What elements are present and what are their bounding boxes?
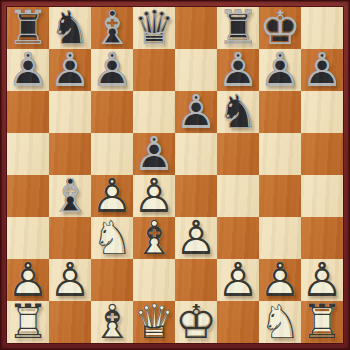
piece-black-pawn[interactable]: ♟♙ — [49, 49, 91, 91]
square-a6[interactable] — [7, 91, 49, 133]
square-e1[interactable]: ♚♔ — [175, 301, 217, 343]
piece-white-pawn[interactable]: ♟♙ — [217, 259, 259, 301]
square-h1[interactable]: ♜♖ — [301, 301, 343, 343]
piece-white-pawn[interactable]: ♟♙ — [175, 217, 217, 259]
piece-glyph-outline: ♘ — [91, 217, 133, 259]
piece-black-pawn[interactable]: ♟♙ — [7, 49, 49, 91]
piece-glyph-outline: ♗ — [133, 217, 175, 259]
square-h7[interactable]: ♟♙ — [301, 49, 343, 91]
square-f2[interactable]: ♟♙ — [217, 259, 259, 301]
square-b1[interactable] — [49, 301, 91, 343]
square-a1[interactable]: ♜♖ — [7, 301, 49, 343]
square-d7[interactable] — [133, 49, 175, 91]
chess-board: ♜♖♞♘♝♗♛♕♜♖♚♔♟♙♟♙♟♙♟♙♟♙♟♙♟♙♞♘♟♙♝♗♟♙♟♙♞♘♝♗… — [7, 7, 343, 343]
piece-glyph-outline: ♖ — [7, 301, 49, 343]
piece-glyph-outline: ♖ — [301, 301, 343, 343]
square-e3[interactable]: ♟♙ — [175, 217, 217, 259]
piece-glyph-outline: ♙ — [217, 259, 259, 301]
piece-white-queen[interactable]: ♛♕ — [133, 301, 175, 343]
piece-white-rook[interactable]: ♜♖ — [301, 301, 343, 343]
square-f1[interactable] — [217, 301, 259, 343]
square-h6[interactable] — [301, 91, 343, 133]
piece-white-knight[interactable]: ♞♘ — [91, 217, 133, 259]
piece-black-bishop[interactable]: ♝♗ — [49, 175, 91, 217]
square-d1[interactable]: ♛♕ — [133, 301, 175, 343]
square-b6[interactable] — [49, 91, 91, 133]
square-a5[interactable] — [7, 133, 49, 175]
piece-black-knight[interactable]: ♞♘ — [217, 91, 259, 133]
square-f6[interactable]: ♞♘ — [217, 91, 259, 133]
piece-glyph-outline: ♙ — [49, 259, 91, 301]
piece-glyph-outline: ♔ — [175, 301, 217, 343]
piece-black-pawn[interactable]: ♟♙ — [259, 49, 301, 91]
square-c7[interactable]: ♟♙ — [91, 49, 133, 91]
piece-white-bishop[interactable]: ♝♗ — [91, 301, 133, 343]
piece-glyph-outline: ♘ — [259, 301, 301, 343]
square-b7[interactable]: ♟♙ — [49, 49, 91, 91]
piece-black-queen[interactable]: ♛♕ — [133, 7, 175, 49]
piece-glyph-outline: ♕ — [133, 301, 175, 343]
piece-glyph-outline: ♙ — [175, 91, 217, 133]
square-h4[interactable] — [301, 175, 343, 217]
square-g1[interactable]: ♞♘ — [259, 301, 301, 343]
piece-glyph-outline: ♗ — [91, 301, 133, 343]
piece-glyph-outline: ♙ — [175, 217, 217, 259]
piece-black-pawn[interactable]: ♟♙ — [91, 49, 133, 91]
piece-white-rook[interactable]: ♜♖ — [7, 301, 49, 343]
square-a4[interactable] — [7, 175, 49, 217]
piece-glyph-outline: ♙ — [91, 49, 133, 91]
square-f4[interactable] — [217, 175, 259, 217]
square-e5[interactable] — [175, 133, 217, 175]
square-c6[interactable] — [91, 91, 133, 133]
piece-glyph-outline: ♙ — [7, 49, 49, 91]
square-b4[interactable]: ♝♗ — [49, 175, 91, 217]
board-frame: ♜♖♞♘♝♗♛♕♜♖♚♔♟♙♟♙♟♙♟♙♟♙♟♙♟♙♞♘♟♙♝♗♟♙♟♙♞♘♝♗… — [0, 0, 350, 350]
square-e6[interactable]: ♟♙ — [175, 91, 217, 133]
square-b2[interactable]: ♟♙ — [49, 259, 91, 301]
square-c1[interactable]: ♝♗ — [91, 301, 133, 343]
piece-glyph-outline: ♙ — [49, 49, 91, 91]
square-g5[interactable] — [259, 133, 301, 175]
piece-glyph-outline: ♙ — [259, 49, 301, 91]
piece-black-pawn[interactable]: ♟♙ — [301, 49, 343, 91]
piece-glyph-outline: ♕ — [133, 7, 175, 49]
piece-black-pawn[interactable]: ♟♙ — [175, 91, 217, 133]
piece-white-bishop[interactable]: ♝♗ — [133, 217, 175, 259]
piece-white-pawn[interactable]: ♟♙ — [49, 259, 91, 301]
square-c3[interactable]: ♞♘ — [91, 217, 133, 259]
square-d3[interactable]: ♝♗ — [133, 217, 175, 259]
square-a7[interactable]: ♟♙ — [7, 49, 49, 91]
square-g4[interactable] — [259, 175, 301, 217]
piece-glyph-outline: ♙ — [301, 49, 343, 91]
square-f5[interactable] — [217, 133, 259, 175]
square-g6[interactable] — [259, 91, 301, 133]
piece-white-knight[interactable]: ♞♘ — [259, 301, 301, 343]
square-h5[interactable] — [301, 133, 343, 175]
square-d8[interactable]: ♛♕ — [133, 7, 175, 49]
square-g7[interactable]: ♟♙ — [259, 49, 301, 91]
piece-glyph-outline: ♗ — [49, 175, 91, 217]
square-e8[interactable] — [175, 7, 217, 49]
piece-white-king[interactable]: ♚♔ — [175, 301, 217, 343]
piece-glyph-outline: ♘ — [217, 91, 259, 133]
